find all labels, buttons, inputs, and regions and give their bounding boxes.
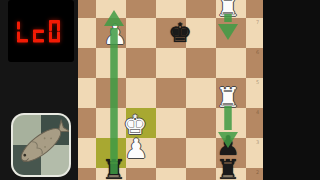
chess-board[interactable]: 8765432♜♟♚♜♚♟♟♜♜ (78, 0, 263, 180)
square-h8[interactable] (246, 0, 263, 18)
square-e6[interactable] (156, 48, 186, 78)
rank-label-2: 2 (256, 170, 259, 175)
square-c8[interactable] (96, 0, 126, 18)
piece-bR-g2[interactable]: ♜ (213, 155, 243, 180)
square-d5[interactable] (126, 78, 156, 108)
square-e8[interactable] (156, 0, 186, 18)
seven-seg-digit-0 (49, 20, 60, 43)
square-g7[interactable] (216, 18, 246, 48)
square-c6[interactable] (96, 48, 126, 78)
piece-wR-g8[interactable]: ♜ (213, 0, 243, 22)
square-e4[interactable] (156, 108, 186, 138)
square-b3[interactable] (78, 138, 96, 168)
square-h3[interactable] (246, 138, 263, 168)
square-d6[interactable] (126, 48, 156, 78)
seven-seg-letter-L (17, 22, 28, 43)
square-g6[interactable] (216, 48, 246, 78)
square-f2[interactable] (186, 168, 216, 180)
piece-bR-c2[interactable]: ♜ (99, 155, 129, 180)
square-f4[interactable] (186, 108, 216, 138)
square-f5[interactable] (186, 78, 216, 108)
square-f8[interactable] (186, 0, 216, 18)
square-e2[interactable] (156, 168, 186, 180)
rank-label-5: 5 (256, 80, 259, 85)
engine-clock (8, 0, 74, 62)
square-b7[interactable] (78, 18, 96, 48)
right-background-gap (263, 0, 320, 180)
rank-label-6: 6 (256, 50, 259, 55)
rank-label-3: 3 (256, 140, 259, 145)
square-b6[interactable] (78, 48, 96, 78)
thumbnail-frame: 8765432♜♟♚♜♚♟♟♜♜ (0, 0, 320, 180)
rank-label-4: 4 (256, 110, 259, 115)
square-b4[interactable] (78, 108, 96, 138)
square-f6[interactable] (186, 48, 216, 78)
square-d7[interactable] (126, 18, 156, 48)
rank-label-7: 7 (256, 20, 259, 25)
square-e5[interactable] (156, 78, 186, 108)
square-d8[interactable] (126, 0, 156, 18)
seven-seg-letter-c (33, 30, 44, 43)
square-b2[interactable] (78, 168, 96, 180)
square-f3[interactable] (186, 138, 216, 168)
square-b8[interactable] (78, 0, 96, 18)
piece-wP-c7[interactable]: ♟ (100, 20, 130, 50)
stockfish-icon (10, 112, 72, 178)
seven-segment-display (17, 20, 63, 43)
square-e3[interactable] (156, 138, 186, 168)
square-h2[interactable] (246, 168, 263, 180)
square-h6[interactable] (246, 48, 263, 78)
square-h4[interactable] (246, 108, 263, 138)
square-d2[interactable] (126, 168, 156, 180)
square-c5[interactable] (96, 78, 126, 108)
piece-wR-g5[interactable]: ♜ (213, 83, 243, 113)
icon-checkerboard (13, 115, 71, 175)
square-h5[interactable] (246, 78, 263, 108)
square-h7[interactable] (246, 18, 263, 48)
piece-bK-e7[interactable]: ♚ (165, 18, 195, 48)
square-b5[interactable] (78, 78, 96, 108)
